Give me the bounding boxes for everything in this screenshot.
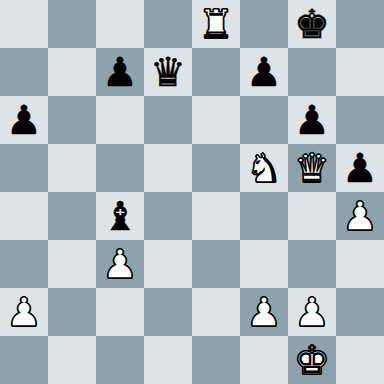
square-b2[interactable] [48, 288, 96, 336]
square-h3[interactable] [336, 240, 384, 288]
square-c6[interactable] [96, 96, 144, 144]
square-g2[interactable]: ♟ [288, 288, 336, 336]
square-d1[interactable] [144, 336, 192, 384]
white-queen-piece[interactable]: ♛ [294, 144, 330, 192]
square-f7[interactable]: ♟ [240, 48, 288, 96]
square-h4[interactable]: ♟ [336, 192, 384, 240]
square-b5[interactable] [48, 144, 96, 192]
square-d6[interactable] [144, 96, 192, 144]
square-c8[interactable] [96, 0, 144, 48]
square-b1[interactable] [48, 336, 96, 384]
square-f2[interactable]: ♟ [240, 288, 288, 336]
square-c3[interactable]: ♟ [96, 240, 144, 288]
black-bishop-piece[interactable]: ♝ [102, 192, 138, 240]
black-pawn-piece[interactable]: ♟ [294, 96, 330, 144]
square-a2[interactable]: ♟ [0, 288, 48, 336]
square-c7[interactable]: ♟ [96, 48, 144, 96]
square-a6[interactable]: ♟ [0, 96, 48, 144]
square-a4[interactable] [0, 192, 48, 240]
square-f3[interactable] [240, 240, 288, 288]
square-a3[interactable] [0, 240, 48, 288]
square-g3[interactable] [288, 240, 336, 288]
square-e2[interactable] [192, 288, 240, 336]
white-king-piece[interactable]: ♚ [294, 336, 330, 384]
square-g7[interactable] [288, 48, 336, 96]
chess-board: ♜♚♟♛♟♟♟♞♛♟♝♟♟♟♟♟♚ [0, 0, 384, 384]
black-king-piece[interactable]: ♚ [294, 0, 330, 48]
square-b7[interactable] [48, 48, 96, 96]
white-pawn-piece[interactable]: ♟ [246, 288, 282, 336]
square-h7[interactable] [336, 48, 384, 96]
square-b4[interactable] [48, 192, 96, 240]
square-e4[interactable] [192, 192, 240, 240]
square-c2[interactable] [96, 288, 144, 336]
square-f6[interactable] [240, 96, 288, 144]
black-pawn-piece[interactable]: ♟ [246, 48, 282, 96]
square-d2[interactable] [144, 288, 192, 336]
square-d8[interactable] [144, 0, 192, 48]
white-pawn-piece[interactable]: ♟ [102, 240, 138, 288]
black-pawn-piece[interactable]: ♟ [342, 144, 378, 192]
square-h1[interactable] [336, 336, 384, 384]
square-h5[interactable]: ♟ [336, 144, 384, 192]
square-c5[interactable] [96, 144, 144, 192]
square-c4[interactable]: ♝ [96, 192, 144, 240]
square-f4[interactable] [240, 192, 288, 240]
black-queen-piece[interactable]: ♛ [150, 48, 186, 96]
black-pawn-piece[interactable]: ♟ [102, 48, 138, 96]
square-a7[interactable] [0, 48, 48, 96]
white-pawn-piece[interactable]: ♟ [342, 192, 378, 240]
square-e3[interactable] [192, 240, 240, 288]
square-f5[interactable]: ♞ [240, 144, 288, 192]
square-f1[interactable] [240, 336, 288, 384]
white-knight-piece[interactable]: ♞ [246, 144, 282, 192]
square-d5[interactable] [144, 144, 192, 192]
square-g5[interactable]: ♛ [288, 144, 336, 192]
square-h6[interactable] [336, 96, 384, 144]
square-e1[interactable] [192, 336, 240, 384]
square-c1[interactable] [96, 336, 144, 384]
square-g6[interactable]: ♟ [288, 96, 336, 144]
square-a5[interactable] [0, 144, 48, 192]
white-rook-piece[interactable]: ♜ [198, 0, 234, 48]
square-a1[interactable] [0, 336, 48, 384]
square-b8[interactable] [48, 0, 96, 48]
white-pawn-piece[interactable]: ♟ [6, 288, 42, 336]
square-e7[interactable] [192, 48, 240, 96]
black-pawn-piece[interactable]: ♟ [6, 96, 42, 144]
square-h8[interactable] [336, 0, 384, 48]
square-d3[interactable] [144, 240, 192, 288]
square-b3[interactable] [48, 240, 96, 288]
square-e6[interactable] [192, 96, 240, 144]
square-h2[interactable] [336, 288, 384, 336]
square-f8[interactable] [240, 0, 288, 48]
white-pawn-piece[interactable]: ♟ [294, 288, 330, 336]
square-e5[interactable] [192, 144, 240, 192]
square-b6[interactable] [48, 96, 96, 144]
square-a8[interactable] [0, 0, 48, 48]
square-g4[interactable] [288, 192, 336, 240]
square-d4[interactable] [144, 192, 192, 240]
square-g8[interactable]: ♚ [288, 0, 336, 48]
square-g1[interactable]: ♚ [288, 336, 336, 384]
square-e8[interactable]: ♜ [192, 0, 240, 48]
square-d7[interactable]: ♛ [144, 48, 192, 96]
